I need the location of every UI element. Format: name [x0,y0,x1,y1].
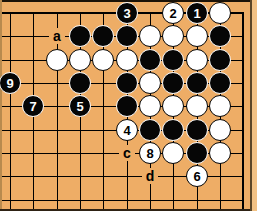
stone-white [186,49,208,71]
stone-black [116,25,138,47]
stone-white [162,95,184,117]
stone-white-move-2: 2 [162,2,184,24]
stone-white [209,95,231,117]
point-label-a: a [49,28,65,44]
go-diagram: 321a9754c8d6 [0,0,257,211]
board-right-edge-line [242,12,244,211]
stone-black [162,72,184,94]
stone-white [186,95,208,117]
stone-black [139,119,161,141]
stone-white-move-6: 6 [186,165,208,187]
stone-white-move-8: 8 [139,142,161,164]
stone-black-move-7: 7 [22,95,44,117]
stone-white [209,119,231,141]
stone-white [46,49,68,71]
stone-white [139,95,161,117]
grid-line-vertical [10,12,11,211]
stone-black [209,72,231,94]
stone-black [116,95,138,117]
stone-black [162,49,184,71]
stone-white [92,49,114,71]
stone-black [116,72,138,94]
go-board: 321a9754c8d6 [0,0,257,211]
stone-white [139,72,161,94]
stone-white [69,49,91,71]
stone-white [139,25,161,47]
stone-white [162,25,184,47]
stone-white [116,49,138,71]
stone-black-move-9: 9 [0,72,21,94]
stone-black [162,119,184,141]
stone-white [209,2,231,24]
stone-white [186,25,208,47]
stone-black-move-3: 3 [116,2,138,24]
stone-black [69,72,91,94]
stone-black [186,142,208,164]
stone-black-move-5: 5 [69,95,91,117]
diagram-border-left [0,0,2,211]
stone-white [162,142,184,164]
stone-black [139,49,161,71]
stone-black [209,49,231,71]
stone-white [209,142,231,164]
stone-black [186,72,208,94]
stone-black [209,25,231,47]
point-label-d: d [142,168,158,184]
stone-black [186,119,208,141]
stone-black [69,25,91,47]
stone-white-move-4: 4 [116,119,138,141]
grid-line-horizontal [0,200,244,201]
diagram-border-right-outer [252,0,257,211]
stone-black-move-1: 1 [186,2,208,24]
diagram-border-bottom [0,209,257,211]
point-label-c: c [119,145,135,161]
stone-black [92,25,114,47]
